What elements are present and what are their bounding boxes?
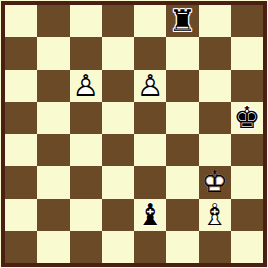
square-e5[interactable]	[134, 102, 166, 134]
square-b7[interactable]	[37, 37, 69, 69]
square-d3[interactable]	[102, 166, 134, 198]
square-c4[interactable]	[70, 134, 102, 166]
white-pawn[interactable]: ♟♙	[134, 70, 166, 102]
black-rook-glyph: ♜	[166, 5, 198, 37]
square-a5[interactable]	[5, 102, 37, 134]
white-pawn-glyph-outline: ♙	[134, 70, 166, 102]
chess-board-frame: ♜♟♙♟♙♚♚♔♝♝♗	[0, 0, 268, 268]
square-d7[interactable]	[102, 37, 134, 69]
white-bishop[interactable]: ♝♗	[199, 199, 231, 231]
square-f7[interactable]	[166, 37, 198, 69]
square-b3[interactable]	[37, 166, 69, 198]
black-king[interactable]: ♚	[231, 102, 263, 134]
black-bishop[interactable]: ♝	[134, 199, 166, 231]
square-c1[interactable]	[70, 231, 102, 263]
square-g8[interactable]	[199, 5, 231, 37]
white-bishop-glyph-outline: ♗	[199, 199, 231, 231]
square-a1[interactable]	[5, 231, 37, 263]
black-rook[interactable]: ♜	[166, 5, 198, 37]
square-c8[interactable]	[70, 5, 102, 37]
square-d6[interactable]	[102, 70, 134, 102]
square-b2[interactable]	[37, 199, 69, 231]
square-f1[interactable]	[166, 231, 198, 263]
square-h6[interactable]	[231, 70, 263, 102]
square-e3[interactable]	[134, 166, 166, 198]
square-e6[interactable]: ♟♙	[134, 70, 166, 102]
square-h2[interactable]	[231, 199, 263, 231]
white-pawn-glyph-outline: ♙	[70, 70, 102, 102]
square-g6[interactable]	[199, 70, 231, 102]
square-h4[interactable]	[231, 134, 263, 166]
square-g1[interactable]	[199, 231, 231, 263]
white-king[interactable]: ♚♔	[199, 166, 231, 198]
square-c2[interactable]	[70, 199, 102, 231]
square-f6[interactable]	[166, 70, 198, 102]
square-h8[interactable]	[231, 5, 263, 37]
square-a7[interactable]	[5, 37, 37, 69]
square-a3[interactable]	[5, 166, 37, 198]
square-c3[interactable]	[70, 166, 102, 198]
square-g4[interactable]	[199, 134, 231, 166]
black-bishop-glyph: ♝	[134, 199, 166, 231]
square-d8[interactable]	[102, 5, 134, 37]
square-a8[interactable]	[5, 5, 37, 37]
square-e7[interactable]	[134, 37, 166, 69]
square-g7[interactable]	[199, 37, 231, 69]
square-d1[interactable]	[102, 231, 134, 263]
square-h1[interactable]	[231, 231, 263, 263]
square-h5[interactable]: ♚	[231, 102, 263, 134]
square-g3[interactable]: ♚♔	[199, 166, 231, 198]
square-a2[interactable]	[5, 199, 37, 231]
square-g2[interactable]: ♝♗	[199, 199, 231, 231]
square-f3[interactable]	[166, 166, 198, 198]
square-f4[interactable]	[166, 134, 198, 166]
square-c7[interactable]	[70, 37, 102, 69]
black-king-glyph: ♚	[231, 102, 263, 134]
square-b6[interactable]	[37, 70, 69, 102]
square-d5[interactable]	[102, 102, 134, 134]
square-f2[interactable]	[166, 199, 198, 231]
square-h7[interactable]	[231, 37, 263, 69]
chess-board[interactable]: ♜♟♙♟♙♚♚♔♝♝♗	[5, 5, 263, 263]
square-h3[interactable]	[231, 166, 263, 198]
square-e2[interactable]: ♝	[134, 199, 166, 231]
square-e4[interactable]	[134, 134, 166, 166]
square-d4[interactable]	[102, 134, 134, 166]
square-b8[interactable]	[37, 5, 69, 37]
square-e1[interactable]	[134, 231, 166, 263]
white-king-glyph-outline: ♔	[199, 166, 231, 198]
square-f8[interactable]: ♜	[166, 5, 198, 37]
square-g5[interactable]	[199, 102, 231, 134]
square-e8[interactable]	[134, 5, 166, 37]
square-c6[interactable]: ♟♙	[70, 70, 102, 102]
square-b1[interactable]	[37, 231, 69, 263]
square-f5[interactable]	[166, 102, 198, 134]
square-b4[interactable]	[37, 134, 69, 166]
square-c5[interactable]	[70, 102, 102, 134]
square-d2[interactable]	[102, 199, 134, 231]
square-a4[interactable]	[5, 134, 37, 166]
square-a6[interactable]	[5, 70, 37, 102]
square-b5[interactable]	[37, 102, 69, 134]
white-pawn[interactable]: ♟♙	[70, 70, 102, 102]
